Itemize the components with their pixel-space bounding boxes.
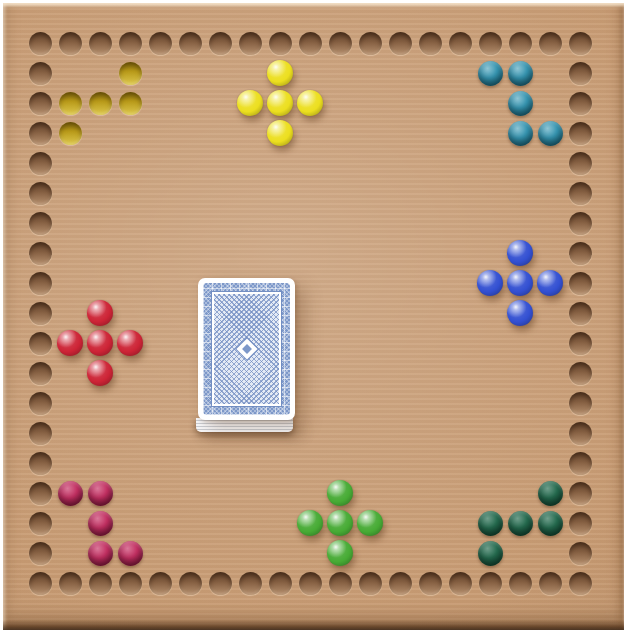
top-card <box>198 278 295 420</box>
track-hole[interactable] <box>29 362 52 385</box>
home-hole-magenta[interactable] <box>88 541 113 566</box>
home-hole-magenta[interactable] <box>88 481 113 506</box>
track-hole[interactable] <box>569 272 592 295</box>
marble-yellow[interactable] <box>237 90 263 116</box>
track-hole[interactable] <box>509 32 532 55</box>
track-hole[interactable] <box>119 572 142 595</box>
track-hole[interactable] <box>29 512 52 535</box>
track-hole[interactable] <box>59 32 82 55</box>
marble-blue[interactable] <box>507 300 533 326</box>
marble-red[interactable] <box>87 360 113 386</box>
track-hole[interactable] <box>569 452 592 475</box>
home-hole-yellow[interactable] <box>119 92 142 115</box>
track-hole[interactable] <box>419 32 442 55</box>
home-hole-green[interactable] <box>478 511 503 536</box>
card-deck[interactable] <box>198 278 295 432</box>
home-hole-magenta[interactable] <box>88 511 113 536</box>
track-hole[interactable] <box>29 542 52 565</box>
track-hole[interactable] <box>569 302 592 325</box>
marble-yellow[interactable] <box>297 90 323 116</box>
track-hole[interactable] <box>359 572 382 595</box>
track-hole[interactable] <box>59 572 82 595</box>
track-hole[interactable] <box>29 572 52 595</box>
marble-red[interactable] <box>57 330 83 356</box>
home-hole-yellow[interactable] <box>59 92 82 115</box>
track-hole[interactable] <box>329 32 352 55</box>
board-grid <box>25 28 595 598</box>
track-hole[interactable] <box>449 32 472 55</box>
track-hole[interactable] <box>569 362 592 385</box>
track-hole[interactable] <box>569 512 592 535</box>
marble-green[interactable] <box>357 510 383 536</box>
track-hole[interactable] <box>449 572 472 595</box>
track-hole[interactable] <box>239 572 262 595</box>
marble-green[interactable] <box>327 510 353 536</box>
home-hole-yellow[interactable] <box>89 92 112 115</box>
track-hole[interactable] <box>29 392 52 415</box>
deck-side <box>196 418 293 432</box>
track-hole[interactable] <box>149 32 172 55</box>
track-hole[interactable] <box>569 392 592 415</box>
marble-blue[interactable] <box>537 270 563 296</box>
track-hole[interactable] <box>569 542 592 565</box>
track-hole[interactable] <box>29 122 52 145</box>
track-hole[interactable] <box>569 62 592 85</box>
home-hole-green[interactable] <box>508 511 533 536</box>
marble-red[interactable] <box>117 330 143 356</box>
track-hole[interactable] <box>29 242 52 265</box>
marble-yellow[interactable] <box>267 120 293 146</box>
home-hole-green[interactable] <box>478 541 503 566</box>
track-hole[interactable] <box>389 572 412 595</box>
home-hole-teal[interactable] <box>538 121 563 146</box>
track-hole[interactable] <box>269 32 292 55</box>
track-hole[interactable] <box>119 32 142 55</box>
home-hole-green[interactable] <box>538 481 563 506</box>
track-hole[interactable] <box>269 572 292 595</box>
track-hole[interactable] <box>149 572 172 595</box>
track-hole[interactable] <box>29 332 52 355</box>
track-hole[interactable] <box>299 572 322 595</box>
track-hole[interactable] <box>539 32 562 55</box>
track-hole[interactable] <box>29 302 52 325</box>
track-hole[interactable] <box>89 32 112 55</box>
marble-red[interactable] <box>87 330 113 356</box>
track-hole[interactable] <box>539 572 562 595</box>
marble-green[interactable] <box>327 540 353 566</box>
marble-red[interactable] <box>87 300 113 326</box>
track-hole[interactable] <box>569 422 592 445</box>
track-hole[interactable] <box>29 482 52 505</box>
track-hole[interactable] <box>569 572 592 595</box>
track-hole[interactable] <box>29 422 52 445</box>
track-hole[interactable] <box>569 152 592 175</box>
track-hole[interactable] <box>569 32 592 55</box>
track-hole[interactable] <box>29 452 52 475</box>
home-hole-yellow[interactable] <box>119 62 142 85</box>
track-hole[interactable] <box>569 182 592 205</box>
track-hole[interactable] <box>569 242 592 265</box>
track-hole[interactable] <box>299 32 322 55</box>
marble-blue[interactable] <box>507 270 533 296</box>
marble-blue[interactable] <box>507 240 533 266</box>
marble-green[interactable] <box>297 510 323 536</box>
track-hole[interactable] <box>509 572 532 595</box>
track-hole[interactable] <box>479 572 502 595</box>
home-hole-green[interactable] <box>538 511 563 536</box>
track-hole[interactable] <box>569 482 592 505</box>
track-hole[interactable] <box>29 62 52 85</box>
home-hole-magenta[interactable] <box>58 481 83 506</box>
track-hole[interactable] <box>179 32 202 55</box>
home-hole-teal[interactable] <box>508 91 533 116</box>
track-hole[interactable] <box>29 212 52 235</box>
marble-blue[interactable] <box>477 270 503 296</box>
track-hole[interactable] <box>569 92 592 115</box>
home-hole-teal[interactable] <box>508 61 533 86</box>
home-hole-teal[interactable] <box>478 61 503 86</box>
track-hole[interactable] <box>179 572 202 595</box>
track-hole[interactable] <box>389 32 412 55</box>
marble-yellow[interactable] <box>267 90 293 116</box>
track-hole[interactable] <box>419 572 442 595</box>
home-hole-yellow[interactable] <box>59 122 82 145</box>
track-hole[interactable] <box>29 152 52 175</box>
track-hole[interactable] <box>209 572 232 595</box>
track-hole[interactable] <box>569 332 592 355</box>
track-hole[interactable] <box>479 32 502 55</box>
track-hole[interactable] <box>89 572 112 595</box>
track-hole[interactable] <box>29 182 52 205</box>
track-hole[interactable] <box>569 122 592 145</box>
track-hole[interactable] <box>239 32 262 55</box>
home-hole-teal[interactable] <box>508 121 533 146</box>
track-hole[interactable] <box>569 212 592 235</box>
track-hole[interactable] <box>29 92 52 115</box>
home-hole-magenta[interactable] <box>118 541 143 566</box>
game-board <box>3 3 624 630</box>
track-hole[interactable] <box>29 272 52 295</box>
track-hole[interactable] <box>209 32 232 55</box>
track-hole[interactable] <box>359 32 382 55</box>
track-hole[interactable] <box>29 32 52 55</box>
marble-yellow[interactable] <box>267 60 293 86</box>
marble-green[interactable] <box>327 480 353 506</box>
track-hole[interactable] <box>329 572 352 595</box>
